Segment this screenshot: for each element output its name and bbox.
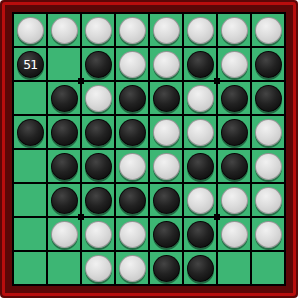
white-disc-e4 <box>153 119 180 146</box>
cell-h1[interactable] <box>252 14 284 46</box>
white-disc-h4 <box>255 119 282 146</box>
white-disc-d1 <box>119 17 146 44</box>
cell-d1[interactable] <box>116 14 148 46</box>
white-disc-h7 <box>255 221 282 248</box>
cell-e2[interactable] <box>150 48 182 80</box>
cell-h5[interactable] <box>252 150 284 182</box>
black-disc-d4 <box>119 119 146 146</box>
black-disc-g4 <box>221 119 248 146</box>
black-disc-b5 <box>51 153 78 180</box>
white-disc-g2 <box>221 51 248 78</box>
cell-a8[interactable] <box>14 252 46 284</box>
cell-a6[interactable] <box>14 184 46 216</box>
black-disc-e7 <box>153 221 180 248</box>
cell-e6[interactable] <box>150 184 182 216</box>
black-disc-g5 <box>221 153 248 180</box>
cell-d4[interactable] <box>116 116 148 148</box>
cell-b4[interactable] <box>48 116 80 148</box>
black-disc-b4 <box>51 119 78 146</box>
cell-a1[interactable] <box>14 14 46 46</box>
cell-h2[interactable] <box>252 48 284 80</box>
cell-g1[interactable] <box>218 14 250 46</box>
cell-h6[interactable] <box>252 184 284 216</box>
cell-b6[interactable] <box>48 184 80 216</box>
black-disc-d3 <box>119 85 146 112</box>
cell-b1[interactable] <box>48 14 80 46</box>
cell-d5[interactable] <box>116 150 148 182</box>
cell-f6[interactable] <box>184 184 216 216</box>
black-disc-c5 <box>85 153 112 180</box>
cell-f3[interactable] <box>184 82 216 114</box>
cell-f4[interactable] <box>184 116 216 148</box>
black-disc-a2: 51 <box>17 51 44 78</box>
white-disc-c7 <box>85 221 112 248</box>
cell-f2[interactable] <box>184 48 216 80</box>
cell-d2[interactable] <box>116 48 148 80</box>
cell-g8[interactable] <box>218 252 250 284</box>
white-disc-g1 <box>221 17 248 44</box>
cell-f7[interactable] <box>184 218 216 250</box>
cell-e1[interactable] <box>150 14 182 46</box>
cell-c7[interactable] <box>82 218 114 250</box>
cell-e3[interactable] <box>150 82 182 114</box>
black-disc-b3 <box>51 85 78 112</box>
white-disc-c3 <box>85 85 112 112</box>
cell-a2[interactable]: 51 <box>14 48 46 80</box>
cell-g7[interactable] <box>218 218 250 250</box>
white-disc-d8 <box>119 255 146 282</box>
cell-a3[interactable] <box>14 82 46 114</box>
cell-h8[interactable] <box>252 252 284 284</box>
cell-b3[interactable] <box>48 82 80 114</box>
white-disc-g6 <box>221 187 248 214</box>
white-disc-f1 <box>187 17 214 44</box>
white-disc-d2 <box>119 51 146 78</box>
cell-b8[interactable] <box>48 252 80 284</box>
black-disc-g3 <box>221 85 248 112</box>
cell-g4[interactable] <box>218 116 250 148</box>
black-disc-h3 <box>255 85 282 112</box>
cell-h3[interactable] <box>252 82 284 114</box>
white-disc-b1 <box>51 17 78 44</box>
cell-e7[interactable] <box>150 218 182 250</box>
white-disc-e1 <box>153 17 180 44</box>
white-disc-e2 <box>153 51 180 78</box>
cell-g3[interactable] <box>218 82 250 114</box>
board-grid: 51 <box>14 14 284 284</box>
cell-a4[interactable] <box>14 116 46 148</box>
black-disc-e8 <box>153 255 180 282</box>
white-disc-f3 <box>187 85 214 112</box>
white-disc-a1 <box>17 17 44 44</box>
othello-board: 51 <box>12 12 286 286</box>
cell-g5[interactable] <box>218 150 250 182</box>
black-disc-c6 <box>85 187 112 214</box>
white-disc-d7 <box>119 221 146 248</box>
star-point <box>214 214 220 220</box>
cell-c8[interactable] <box>82 252 114 284</box>
cell-g2[interactable] <box>218 48 250 80</box>
white-disc-f6 <box>187 187 214 214</box>
white-disc-f4 <box>187 119 214 146</box>
cell-d3[interactable] <box>116 82 148 114</box>
cell-f8[interactable] <box>184 252 216 284</box>
black-disc-f8 <box>187 255 214 282</box>
cell-b5[interactable] <box>48 150 80 182</box>
black-disc-f2 <box>187 51 214 78</box>
cell-d8[interactable] <box>116 252 148 284</box>
cell-b7[interactable] <box>48 218 80 250</box>
cell-e4[interactable] <box>150 116 182 148</box>
cell-b2[interactable] <box>48 48 80 80</box>
white-disc-h5 <box>255 153 282 180</box>
cell-e5[interactable] <box>150 150 182 182</box>
board-frame: 51 <box>0 0 298 298</box>
black-disc-h2 <box>255 51 282 78</box>
cell-h4[interactable] <box>252 116 284 148</box>
black-disc-c2 <box>85 51 112 78</box>
star-point <box>78 78 84 84</box>
black-disc-e3 <box>153 85 180 112</box>
cell-c5[interactable] <box>82 150 114 182</box>
cell-f5[interactable] <box>184 150 216 182</box>
black-disc-d6 <box>119 187 146 214</box>
cell-c4[interactable] <box>82 116 114 148</box>
black-disc-c4 <box>85 119 112 146</box>
cell-d6[interactable] <box>116 184 148 216</box>
cell-d7[interactable] <box>116 218 148 250</box>
white-disc-c1 <box>85 17 112 44</box>
cell-c3[interactable] <box>82 82 114 114</box>
white-disc-h6 <box>255 187 282 214</box>
cell-c2[interactable] <box>82 48 114 80</box>
white-disc-h1 <box>255 17 282 44</box>
black-disc-f5 <box>187 153 214 180</box>
star-point <box>214 78 220 84</box>
cell-g6[interactable] <box>218 184 250 216</box>
white-disc-c8 <box>85 255 112 282</box>
cell-f1[interactable] <box>184 14 216 46</box>
cell-h7[interactable] <box>252 218 284 250</box>
cell-a5[interactable] <box>14 150 46 182</box>
star-point <box>78 214 84 220</box>
black-disc-f7 <box>187 221 214 248</box>
cell-c6[interactable] <box>82 184 114 216</box>
cell-e8[interactable] <box>150 252 182 284</box>
white-disc-b7 <box>51 221 78 248</box>
black-disc-e6 <box>153 187 180 214</box>
black-disc-a4 <box>17 119 44 146</box>
white-disc-g7 <box>221 221 248 248</box>
cell-c1[interactable] <box>82 14 114 46</box>
white-disc-d5 <box>119 153 146 180</box>
black-disc-b6 <box>51 187 78 214</box>
white-disc-e5 <box>153 153 180 180</box>
cell-a7[interactable] <box>14 218 46 250</box>
move-number-label: 51 <box>23 58 37 71</box>
